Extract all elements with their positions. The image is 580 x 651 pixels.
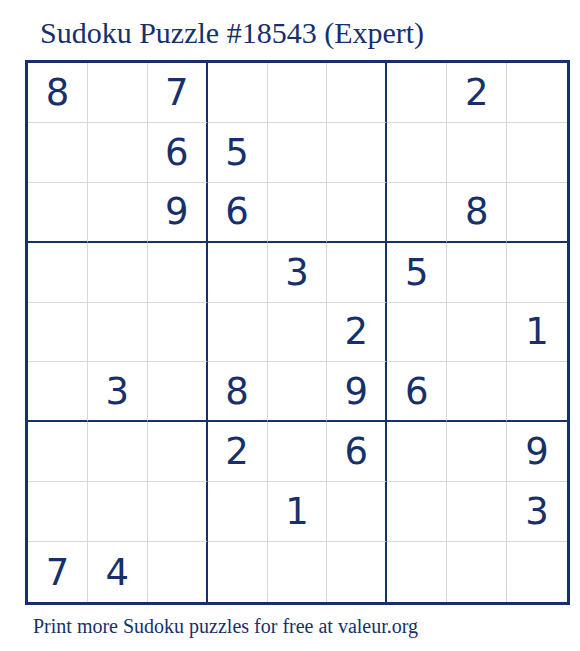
cell-r3c6 — [327, 183, 387, 243]
cell-r4c2 — [88, 243, 148, 303]
cell-r8c9: 3 — [507, 482, 567, 542]
cell-r4c9 — [507, 243, 567, 303]
cell-r4c8 — [447, 243, 507, 303]
cell-r5c5 — [268, 303, 328, 363]
cell-r3c7 — [387, 183, 447, 243]
cell-r6c2: 3 — [88, 362, 148, 422]
cell-r4c3 — [148, 243, 208, 303]
cell-r1c7 — [387, 63, 447, 123]
cell-r1c8: 2 — [447, 63, 507, 123]
cell-r5c3 — [148, 303, 208, 363]
cell-r7c2 — [88, 422, 148, 482]
cell-r8c1 — [28, 482, 88, 542]
cell-r9c5 — [268, 542, 328, 602]
cell-r8c5: 1 — [268, 482, 328, 542]
cell-r4c4 — [208, 243, 268, 303]
cell-r9c3 — [148, 542, 208, 602]
cell-r2c7 — [387, 123, 447, 183]
cell-r1c6 — [327, 63, 387, 123]
cell-r2c9 — [507, 123, 567, 183]
cell-r3c8: 8 — [447, 183, 507, 243]
cell-r4c6 — [327, 243, 387, 303]
cell-r7c6: 6 — [327, 422, 387, 482]
cell-r7c3 — [148, 422, 208, 482]
cell-r6c5 — [268, 362, 328, 422]
cell-r2c1 — [28, 123, 88, 183]
cell-r6c6: 9 — [327, 362, 387, 422]
cell-r1c4 — [208, 63, 268, 123]
cell-r9c7 — [387, 542, 447, 602]
cell-r3c2 — [88, 183, 148, 243]
cell-r6c3 — [148, 362, 208, 422]
cell-r9c8 — [447, 542, 507, 602]
cell-r2c4: 5 — [208, 123, 268, 183]
cell-r5c8 — [447, 303, 507, 363]
cell-r9c1: 7 — [28, 542, 88, 602]
cell-r8c4 — [208, 482, 268, 542]
cell-r9c2: 4 — [88, 542, 148, 602]
cell-r1c1: 8 — [28, 63, 88, 123]
cell-r2c5 — [268, 123, 328, 183]
cell-r5c7 — [387, 303, 447, 363]
cell-r1c2 — [88, 63, 148, 123]
cell-r7c7 — [387, 422, 447, 482]
cell-r4c5: 3 — [268, 243, 328, 303]
cell-r8c6 — [327, 482, 387, 542]
cell-r7c9: 9 — [507, 422, 567, 482]
cell-r2c8 — [447, 123, 507, 183]
page-title: Sudoku Puzzle #18543 (Expert) — [40, 16, 424, 50]
cell-r4c1 — [28, 243, 88, 303]
cell-r8c3 — [148, 482, 208, 542]
cell-r3c9 — [507, 183, 567, 243]
cell-r6c7: 6 — [387, 362, 447, 422]
cell-r1c9 — [507, 63, 567, 123]
cell-r3c4: 6 — [208, 183, 268, 243]
cell-r5c6: 2 — [327, 303, 387, 363]
cell-r3c1 — [28, 183, 88, 243]
cell-r7c4: 2 — [208, 422, 268, 482]
cell-r5c1 — [28, 303, 88, 363]
cell-r6c8 — [447, 362, 507, 422]
cell-r7c5 — [268, 422, 328, 482]
cell-r6c9 — [507, 362, 567, 422]
cell-r5c4 — [208, 303, 268, 363]
cell-r3c5 — [268, 183, 328, 243]
cell-r7c1 — [28, 422, 88, 482]
cell-r1c5 — [268, 63, 328, 123]
cell-r9c6 — [327, 542, 387, 602]
cell-r7c8 — [447, 422, 507, 482]
cell-r8c8 — [447, 482, 507, 542]
cell-r8c2 — [88, 482, 148, 542]
cell-r2c2 — [88, 123, 148, 183]
cell-r2c3: 6 — [148, 123, 208, 183]
cell-r6c1 — [28, 362, 88, 422]
cell-r9c4 — [208, 542, 268, 602]
cell-r4c7: 5 — [387, 243, 447, 303]
cell-r9c9 — [507, 542, 567, 602]
cell-r6c4: 8 — [208, 362, 268, 422]
cell-r5c9: 1 — [507, 303, 567, 363]
cell-r1c3: 7 — [148, 63, 208, 123]
cell-r8c7 — [387, 482, 447, 542]
cell-r2c6 — [327, 123, 387, 183]
cell-r3c3: 9 — [148, 183, 208, 243]
footer-note: Print more Sudoku puzzles for free at va… — [33, 615, 418, 638]
cell-r5c2 — [88, 303, 148, 363]
sudoku-grid: 87265968352138962691374 — [25, 60, 570, 605]
